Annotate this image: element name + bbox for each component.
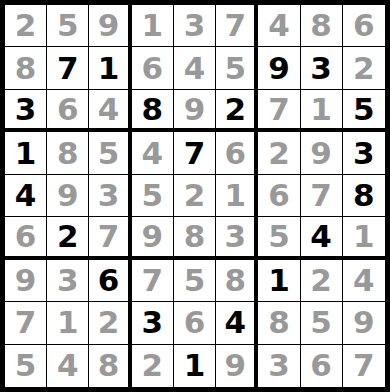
- sudoku-cell-r9c6[interactable]: 9: [216, 345, 258, 387]
- sudoku-cell-r7c2[interactable]: 3: [47, 260, 89, 302]
- sudoku-cell-r2c7[interactable]: 9: [258, 47, 300, 89]
- sudoku-cell-r7c7[interactable]: 1: [258, 260, 300, 302]
- sudoku-cell-r2c2[interactable]: 7: [47, 47, 89, 89]
- sudoku-cell-r3c6[interactable]: 2: [216, 90, 258, 132]
- sudoku-cell-r3c2[interactable]: 6: [47, 90, 89, 132]
- sudoku-cell-r8c3[interactable]: 2: [89, 302, 131, 344]
- sudoku-cell-r5c4[interactable]: 5: [132, 175, 174, 217]
- sudoku-cell-r9c9[interactable]: 7: [343, 345, 385, 387]
- sudoku-cell-r7c9[interactable]: 4: [343, 260, 385, 302]
- sudoku-cell-r8c6[interactable]: 4: [216, 302, 258, 344]
- sudoku-cell-r3c7[interactable]: 7: [258, 90, 300, 132]
- sudoku-cell-r5c3[interactable]: 3: [89, 175, 131, 217]
- sudoku-cell-r9c5[interactable]: 1: [174, 345, 216, 387]
- sudoku-cell-r6c4[interactable]: 9: [132, 217, 174, 259]
- sudoku-cell-r7c4[interactable]: 7: [132, 260, 174, 302]
- sudoku-cell-r4c8[interactable]: 9: [301, 132, 343, 174]
- sudoku-cell-r6c5[interactable]: 8: [174, 217, 216, 259]
- sudoku-cell-r5c2[interactable]: 9: [47, 175, 89, 217]
- sudoku-cell-r4c4[interactable]: 4: [132, 132, 174, 174]
- sudoku-cell-r2c8[interactable]: 3: [301, 47, 343, 89]
- sudoku-cell-r6c7[interactable]: 5: [258, 217, 300, 259]
- sudoku-cell-r9c7[interactable]: 3: [258, 345, 300, 387]
- sudoku-cell-r5c1[interactable]: 4: [5, 175, 47, 217]
- sudoku-cell-r6c2[interactable]: 2: [47, 217, 89, 259]
- sudoku-cell-r1c9[interactable]: 6: [343, 5, 385, 47]
- sudoku-cell-r2c1[interactable]: 8: [5, 47, 47, 89]
- sudoku-cell-r1c8[interactable]: 8: [301, 5, 343, 47]
- sudoku-cell-r4c1[interactable]: 1: [5, 132, 47, 174]
- sudoku-cell-r5c7[interactable]: 6: [258, 175, 300, 217]
- sudoku-cell-r2c5[interactable]: 4: [174, 47, 216, 89]
- sudoku-cell-r4c2[interactable]: 8: [47, 132, 89, 174]
- sudoku-cell-r1c3[interactable]: 9: [89, 5, 131, 47]
- sudoku-cell-r2c6[interactable]: 5: [216, 47, 258, 89]
- sudoku-cell-r3c9[interactable]: 5: [343, 90, 385, 132]
- sudoku-board: 2591374868716459323648927151854762934935…: [0, 0, 390, 392]
- sudoku-cell-r7c8[interactable]: 2: [301, 260, 343, 302]
- sudoku-cell-r2c4[interactable]: 6: [132, 47, 174, 89]
- sudoku-cell-r8c5[interactable]: 6: [174, 302, 216, 344]
- sudoku-cell-r6c8[interactable]: 4: [301, 217, 343, 259]
- sudoku-cell-r3c1[interactable]: 3: [5, 90, 47, 132]
- sudoku-cell-r6c3[interactable]: 7: [89, 217, 131, 259]
- sudoku-cell-r9c2[interactable]: 4: [47, 345, 89, 387]
- sudoku-cell-r2c3[interactable]: 1: [89, 47, 131, 89]
- sudoku-cell-r6c9[interactable]: 1: [343, 217, 385, 259]
- sudoku-cell-r4c7[interactable]: 2: [258, 132, 300, 174]
- sudoku-cell-r7c6[interactable]: 8: [216, 260, 258, 302]
- sudoku-cell-r2c9[interactable]: 2: [343, 47, 385, 89]
- sudoku-cell-r1c7[interactable]: 4: [258, 5, 300, 47]
- sudoku-cell-r4c6[interactable]: 6: [216, 132, 258, 174]
- sudoku-cell-r1c4[interactable]: 1: [132, 5, 174, 47]
- sudoku-cell-r3c3[interactable]: 4: [89, 90, 131, 132]
- sudoku-cell-r9c8[interactable]: 6: [301, 345, 343, 387]
- sudoku-cell-r5c6[interactable]: 1: [216, 175, 258, 217]
- sudoku-cell-r1c6[interactable]: 7: [216, 5, 258, 47]
- sudoku-cell-r8c1[interactable]: 7: [5, 302, 47, 344]
- sudoku-cell-r9c1[interactable]: 5: [5, 345, 47, 387]
- sudoku-cell-r5c5[interactable]: 2: [174, 175, 216, 217]
- sudoku-grid: 2591374868716459323648927151854762934935…: [5, 5, 385, 387]
- sudoku-cell-r7c3[interactable]: 6: [89, 260, 131, 302]
- sudoku-cell-r4c3[interactable]: 5: [89, 132, 131, 174]
- sudoku-cell-r8c7[interactable]: 8: [258, 302, 300, 344]
- sudoku-cell-r6c1[interactable]: 6: [5, 217, 47, 259]
- sudoku-cell-r5c8[interactable]: 7: [301, 175, 343, 217]
- sudoku-cell-r4c9[interactable]: 3: [343, 132, 385, 174]
- sudoku-cell-r8c4[interactable]: 3: [132, 302, 174, 344]
- sudoku-cell-r9c3[interactable]: 8: [89, 345, 131, 387]
- sudoku-cell-r8c2[interactable]: 1: [47, 302, 89, 344]
- sudoku-cell-r8c9[interactable]: 9: [343, 302, 385, 344]
- sudoku-cell-r3c5[interactable]: 9: [174, 90, 216, 132]
- sudoku-cell-r7c1[interactable]: 9: [5, 260, 47, 302]
- sudoku-cell-r5c9[interactable]: 8: [343, 175, 385, 217]
- sudoku-cell-r3c8[interactable]: 1: [301, 90, 343, 132]
- sudoku-cell-r4c5[interactable]: 7: [174, 132, 216, 174]
- sudoku-cell-r6c6[interactable]: 3: [216, 217, 258, 259]
- sudoku-cell-r7c5[interactable]: 5: [174, 260, 216, 302]
- sudoku-cell-r8c8[interactable]: 5: [301, 302, 343, 344]
- sudoku-cell-r1c5[interactable]: 3: [174, 5, 216, 47]
- sudoku-cell-r3c4[interactable]: 8: [132, 90, 174, 132]
- sudoku-cell-r1c1[interactable]: 2: [5, 5, 47, 47]
- sudoku-cell-r1c2[interactable]: 5: [47, 5, 89, 47]
- sudoku-cell-r9c4[interactable]: 2: [132, 345, 174, 387]
